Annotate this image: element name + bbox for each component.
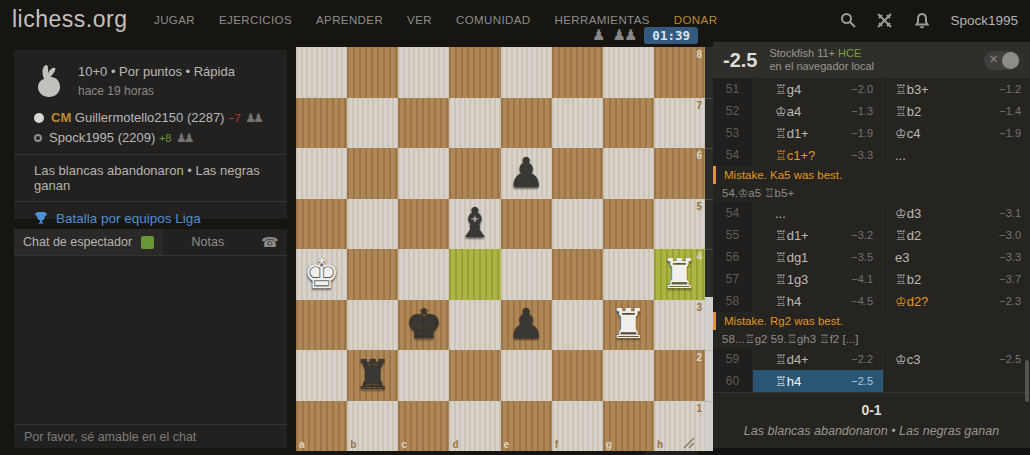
board-square-a2[interactable] xyxy=(296,350,347,401)
black-color-dot xyxy=(34,134,42,142)
engine-toggle-knob xyxy=(1002,52,1019,69)
rank-label-1: 1 xyxy=(696,403,702,414)
white-player-name: Guillermotello2150 xyxy=(75,110,183,125)
board-square-b2[interactable]: ♜ xyxy=(347,350,398,401)
analysis-panel: -2.5 Stockfish 11+ HCE en el navegador l… xyxy=(713,42,1030,448)
move-row-55: 55♖d1+−3.2♖d2−3.0 xyxy=(713,224,1030,246)
board-square-d2[interactable] xyxy=(449,350,500,401)
tab-notes[interactable]: Notas xyxy=(163,229,253,255)
board-square-a8[interactable] xyxy=(296,47,347,98)
board-square-a7[interactable] xyxy=(296,98,347,149)
move-row-56: 56♖dg1−3.5e3−3.3 xyxy=(713,246,1030,268)
black-move-san: ♔c3 xyxy=(895,352,920,367)
move-number: 56 xyxy=(713,246,753,268)
board-square-d4[interactable] xyxy=(449,249,500,300)
black-move[interactable]: ♖b3+−1.2 xyxy=(883,78,1030,100)
board-square-h5[interactable]: 5 xyxy=(654,199,705,250)
time-control: 10+0 • Por puntos • Rápida xyxy=(78,64,235,79)
white-move-san: ♖c1+? xyxy=(775,148,815,163)
board-square-g6[interactable] xyxy=(603,148,654,199)
board-square-d6[interactable] xyxy=(449,148,500,199)
black-move-eval: −3.0 xyxy=(999,229,1030,241)
black-move-eval: −3.1 xyxy=(999,207,1030,219)
rank-label-2: 2 xyxy=(696,352,702,363)
black-move-san: ♖d2 xyxy=(895,228,921,243)
board-square-h7[interactable]: 7 xyxy=(654,98,705,149)
analysis-comment: Mistake. Ka5 was best. xyxy=(713,166,1030,184)
challenges-crossed-swords-icon[interactable] xyxy=(876,12,893,29)
black-move[interactable]: ♔d3−3.1 xyxy=(883,202,1030,224)
white-move[interactable]: ♖h4−4.5 xyxy=(753,290,883,312)
black-move-san: ♖b2 xyxy=(895,272,921,287)
analysis-comment: Mistake. Rg2 was best. xyxy=(713,312,1030,330)
board-square-f8[interactable] xyxy=(552,47,603,98)
black-move[interactable]: ♖b2−1.4 xyxy=(883,100,1030,122)
board-square-c4[interactable] xyxy=(398,249,449,300)
black-move-eval: −1.9 xyxy=(999,127,1030,139)
board-square-c6[interactable] xyxy=(398,148,449,199)
black-player-name: Spock1995 xyxy=(49,130,114,145)
board-square-e3[interactable]: ♟ xyxy=(501,300,552,351)
tab-spectator-chat[interactable]: Chat de espectador xyxy=(14,229,163,255)
black-bishop-d5[interactable]: ♝ xyxy=(449,199,500,250)
game-result-text: Las blancas abandonaron • Las negras gan… xyxy=(14,154,287,201)
board-square-h4[interactable]: 4♜ xyxy=(654,249,705,300)
black-move-eval: −3.3 xyxy=(999,251,1030,263)
black-move-san: ♔d2? xyxy=(895,294,928,309)
black-pawn-e3[interactable]: ♟ xyxy=(501,300,552,351)
board-square-c7[interactable] xyxy=(398,98,449,149)
board-square-d8[interactable] xyxy=(449,47,500,98)
move-number: 59 xyxy=(713,348,753,370)
white-move-eval: −3.3 xyxy=(851,149,882,161)
white-move[interactable]: ♖d1+−1.9 xyxy=(753,122,883,144)
time-ago: hace 19 horas xyxy=(78,84,235,98)
move-number: 53 xyxy=(713,122,753,144)
black-move-eval: −2.3 xyxy=(999,295,1030,307)
black-move-san: ♔c4 xyxy=(895,126,920,141)
move-number: 52 xyxy=(713,100,753,122)
white-move-san: ♖d1+ xyxy=(775,126,809,141)
result-text: Las blancas abandonaron • Las negras gan… xyxy=(713,424,1030,438)
white-move-eval: −2.0 xyxy=(851,83,882,95)
board-square-f5[interactable] xyxy=(552,199,603,250)
board-square-h2[interactable]: 2 xyxy=(654,350,705,401)
board-square-b8[interactable] xyxy=(347,47,398,98)
board-resize-handle[interactable] xyxy=(681,437,695,449)
board-square-d3[interactable] xyxy=(449,300,500,351)
board-square-b6[interactable] xyxy=(347,148,398,199)
rapid-rabbit-icon xyxy=(34,64,64,98)
board-square-e2[interactable] xyxy=(501,350,552,401)
board-square-f2[interactable] xyxy=(552,350,603,401)
move-number: 57 xyxy=(713,268,753,290)
black-move-eval: −1.2 xyxy=(999,83,1030,95)
engine-name: Stockfish 11+ xyxy=(769,47,835,59)
engine-eval: -2.5 xyxy=(723,49,757,72)
move-row-53: 53♖d1+−1.9♔c4−1.9 xyxy=(713,122,1030,144)
black-king-c3[interactable]: ♚ xyxy=(398,300,449,351)
file-label-e: e xyxy=(504,439,510,450)
board-square-c8[interactable] xyxy=(398,47,449,98)
white-move[interactable]: ♔a4−1.3 xyxy=(753,100,883,122)
white-player-label: CM Guillermotello2150 (2287) −7 ♟♟ xyxy=(51,108,261,128)
engine-variant: HCE xyxy=(838,47,861,59)
white-move-eval: −3.5 xyxy=(851,251,882,263)
move-row-58: 58♖h4−4.5♔d2?−2.3 xyxy=(713,290,1030,312)
black-move[interactable]: ... xyxy=(883,144,1030,166)
eval-gauge xyxy=(705,47,713,451)
berserk-pieces-icon: ♟♟ xyxy=(176,131,192,145)
white-rating-diff: −7 xyxy=(228,112,241,124)
white-move-eval: −2.2 xyxy=(851,353,882,365)
nav-item-jugar[interactable]: JUGAR xyxy=(142,14,207,26)
white-move-san: ♖h4 xyxy=(775,374,801,389)
board-square-b1[interactable]: b xyxy=(347,401,398,452)
board-square-g4[interactable] xyxy=(603,249,654,300)
black-move[interactable]: ♔c4−1.9 xyxy=(883,122,1030,144)
chat-tab-label: Chat de espectador xyxy=(23,235,132,249)
board-square-e7[interactable] xyxy=(501,98,552,149)
game-meta: 10+0 • Por puntos • Rápida hace 19 horas xyxy=(14,50,287,104)
black-player-rating: (2209) xyxy=(118,130,156,145)
white-move-san: ♖g4 xyxy=(775,82,801,97)
chat-tabs: Chat de espectador Notas ☎ xyxy=(14,229,287,256)
black-move[interactable]: ♔d2?−2.3 xyxy=(883,290,1030,312)
engine-toggle-switch[interactable]: ✕ xyxy=(984,51,1020,70)
white-move[interactable]: ♖g4−2.0 xyxy=(753,78,883,100)
notifications-bell-icon[interactable] xyxy=(913,12,930,29)
black-clock: 01:39 xyxy=(644,27,698,44)
game-setup: 10+0 • Por puntos • Rápida hace 19 horas xyxy=(78,64,235,98)
white-move-san: ... xyxy=(775,206,786,221)
game-info-box: 10+0 • Por puntos • Rápida hace 19 horas… xyxy=(14,50,287,219)
nav-item-ejercicios[interactable]: EJERCICIOS xyxy=(207,14,304,26)
engine-toggle-x-icon: ✕ xyxy=(989,53,998,66)
white-color-dot xyxy=(34,113,44,123)
berserk-pieces-icon: ♟♟ xyxy=(245,111,261,125)
rank-label-8: 8 xyxy=(696,49,702,60)
board-square-g8[interactable] xyxy=(603,47,654,98)
notes-tab-label: Notas xyxy=(192,235,225,249)
move-list-scrollbar[interactable] xyxy=(1025,360,1029,402)
board-square-g1[interactable]: g xyxy=(603,401,654,452)
board-square-h8[interactable]: 8 xyxy=(654,47,705,98)
move-row-51: 51♖g4−2.0♖b3+−1.2 xyxy=(713,78,1030,100)
board-square-a4[interactable]: ♚ xyxy=(296,249,347,300)
white-move[interactable]: ♖1g3−4.1 xyxy=(753,268,883,290)
board-square-e4[interactable] xyxy=(501,249,552,300)
move-row-59: 59♖d4+−2.2♔c3−2.5 xyxy=(713,348,1030,370)
move-number: 54 xyxy=(713,144,753,166)
board-square-a5[interactable] xyxy=(296,199,347,250)
black-player-row[interactable]: Spock1995 (2209) +8 ♟♟ xyxy=(34,128,277,148)
move-row-54: 54...♔d3−3.1 xyxy=(713,202,1030,224)
black-move-san: ♔d3 xyxy=(895,206,921,221)
chat-input[interactable] xyxy=(14,430,287,444)
white-move-eval: −4.1 xyxy=(851,273,882,285)
white-player-row[interactable]: CM Guillermotello2150 (2287) −7 ♟♟ xyxy=(34,108,277,128)
board-square-d7[interactable] xyxy=(449,98,500,149)
board-square-g5[interactable] xyxy=(603,199,654,250)
white-move-san: ♖d1+ xyxy=(775,228,809,243)
chess-board[interactable]: 87♟6♝5♚4♜♚♟♜3♜2abcdefgh1 xyxy=(296,47,705,451)
board-square-h6[interactable]: 6 xyxy=(654,148,705,199)
board-square-f4[interactable] xyxy=(552,249,603,300)
file-label-b: b xyxy=(350,439,356,450)
nav-right: Spock1995 xyxy=(839,0,1024,40)
white-move[interactable]: ♖c1+?−3.3 xyxy=(753,144,883,166)
white-player-rating: (2287) xyxy=(187,110,225,125)
file-label-g: g xyxy=(606,439,612,450)
board-square-e8[interactable] xyxy=(501,47,552,98)
board-square-g3[interactable]: ♜ xyxy=(603,300,654,351)
board-square-c3[interactable]: ♚ xyxy=(398,300,449,351)
white-move[interactable]: ♖h4−2.5 xyxy=(753,370,883,392)
board-square-e5[interactable] xyxy=(501,199,552,250)
white-move[interactable]: ♖d4+−2.2 xyxy=(753,348,883,370)
file-label-f: f xyxy=(555,439,558,450)
board-square-f7[interactable] xyxy=(552,98,603,149)
black-rook-b2[interactable]: ♜ xyxy=(347,350,398,401)
file-label-a: a xyxy=(299,439,305,450)
black-move-san: ♖b2 xyxy=(895,104,921,119)
engine-info: Stockfish 11+ HCE en el navegador local xyxy=(769,47,972,73)
analysis-variation[interactable]: 54.♔a5 ♖b5+ xyxy=(713,184,1030,202)
chat-input-row xyxy=(14,424,287,448)
black-move-san: ♖b3+ xyxy=(895,82,929,97)
board-square-b4[interactable] xyxy=(347,249,398,300)
black-move[interactable]: ♖d2−3.0 xyxy=(883,224,1030,246)
white-rook-h4[interactable]: ♜ xyxy=(654,249,705,300)
white-move-san: ♖1g3 xyxy=(775,272,808,287)
white-move[interactable]: ♖dg1−3.5 xyxy=(753,246,883,268)
board-square-b3[interactable] xyxy=(347,300,398,351)
rank-label-3: 3 xyxy=(696,302,702,313)
board-square-c1[interactable]: c xyxy=(398,401,449,452)
chat-messages xyxy=(14,256,287,424)
move-number: 60 xyxy=(713,370,753,392)
black-move[interactable] xyxy=(883,370,1030,392)
rank-label-5: 5 xyxy=(696,201,702,212)
white-rook-g3[interactable]: ♜ xyxy=(603,300,654,351)
top-player-bar: ♟ ♟♟ 01:39 xyxy=(296,25,698,45)
result-score: 0-1 xyxy=(713,402,1030,418)
board-square-g2[interactable] xyxy=(603,350,654,401)
board-square-h3[interactable]: 3 xyxy=(654,300,705,351)
black-pawn-e6[interactable]: ♟ xyxy=(501,148,552,199)
board-square-h1[interactable]: h1 xyxy=(654,401,705,452)
board-square-a1[interactable]: a xyxy=(296,401,347,452)
black-move[interactable]: ♔c3−2.5 xyxy=(883,348,1030,370)
black-move-san: e3 xyxy=(895,250,909,265)
file-label-h: h xyxy=(657,439,663,450)
white-clock: 00:05 xyxy=(644,451,698,455)
move-number: 58 xyxy=(713,290,753,312)
board-square-d1[interactable]: d xyxy=(449,401,500,452)
board-square-e1[interactable]: e xyxy=(501,401,552,452)
board-square-f6[interactable] xyxy=(552,148,603,199)
board-square-d5[interactable]: ♝ xyxy=(449,199,500,250)
lichess-logo[interactable]: lichess.org xyxy=(12,6,127,33)
phone-icon[interactable]: ☎ xyxy=(253,229,287,255)
move-row-57: 57♖1g3−4.1♖b2−3.7 xyxy=(713,268,1030,290)
black-move-eval: −3.7 xyxy=(999,273,1030,285)
file-label-c: c xyxy=(401,439,407,450)
engine-location: en el navegador local xyxy=(769,60,874,72)
white-move[interactable]: ... xyxy=(753,202,883,224)
board-square-c2[interactable] xyxy=(398,350,449,401)
move-row-52: 52♔a4−1.3♖b2−1.4 xyxy=(713,100,1030,122)
move-number: 55 xyxy=(713,224,753,246)
black-player-label: Spock1995 (2209) +8 ♟♟ xyxy=(49,128,192,148)
bottom-toolbar xyxy=(713,448,1030,455)
white-move-san: ♔a4 xyxy=(775,104,801,119)
captured-pawn-icon: ♟ xyxy=(592,26,603,44)
lichess-app: lichess.org JUGAREJERCICIOSAPRENDERVERCO… xyxy=(0,0,1030,455)
engine-header: -2.5 Stockfish 11+ HCE en el navegador l… xyxy=(713,42,1030,78)
board-square-a6[interactable] xyxy=(296,148,347,199)
board-square-f1[interactable]: f xyxy=(552,401,603,452)
white-move-san: ♖d4+ xyxy=(775,352,809,367)
trophy-icon xyxy=(34,211,48,225)
board-square-b7[interactable] xyxy=(347,98,398,149)
white-move-san: ♖h4 xyxy=(775,294,801,309)
captured-pawns-icon: ♟♟ xyxy=(612,26,635,44)
file-label-d: d xyxy=(452,439,458,450)
search-icon[interactable] xyxy=(839,12,856,29)
chat-toggle-icon[interactable] xyxy=(141,236,154,249)
rank-label-6: 6 xyxy=(696,150,702,161)
username[interactable]: Spock1995 xyxy=(950,13,1024,28)
move-number: 54 xyxy=(713,202,753,224)
black-move[interactable]: e3−3.3 xyxy=(883,246,1030,268)
white-move-san: ♖dg1 xyxy=(775,250,808,265)
black-rating-diff: +8 xyxy=(159,132,172,144)
white-move-eval: −1.3 xyxy=(851,105,882,117)
move-row-54: 54♖c1+?−3.3... xyxy=(713,144,1030,166)
result-block: 0-1 Las blancas abandonaron • Las negras… xyxy=(713,392,1030,448)
white-move-eval: −3.2 xyxy=(851,229,882,241)
board-square-c5[interactable] xyxy=(398,199,449,250)
board-square-g7[interactable] xyxy=(603,98,654,149)
rank-label-7: 7 xyxy=(696,100,702,111)
white-move-eval: −2.5 xyxy=(851,375,882,387)
board-square-f3[interactable] xyxy=(552,300,603,351)
white-move-eval: −4.5 xyxy=(851,295,882,307)
move-row-60: 60♖h4−2.5 xyxy=(713,370,1030,392)
move-number: 51 xyxy=(713,78,753,100)
board-square-e6[interactable]: ♟ xyxy=(501,148,552,199)
white-move[interactable]: ♖d1+−3.2 xyxy=(753,224,883,246)
chat-box: Chat de espectador Notas ☎ xyxy=(14,229,287,448)
board-square-a3[interactable] xyxy=(296,300,347,351)
analysis-variation[interactable]: 58...♖g2 59.♖gh3 ♖f2 [...] xyxy=(713,330,1030,348)
white-king-a4[interactable]: ♚ xyxy=(296,249,347,300)
eval-gauge-white xyxy=(705,297,713,451)
player-title: CM xyxy=(51,110,71,125)
white-move-eval: −1.9 xyxy=(851,127,882,139)
black-move[interactable]: ♖b2−3.7 xyxy=(883,268,1030,290)
black-move-san: ... xyxy=(895,148,906,163)
board-square-b5[interactable] xyxy=(347,199,398,250)
move-list: 51♖g4−2.0♖b3+−1.252♔a4−1.3♖b2−1.453♖d1+−… xyxy=(713,78,1030,392)
black-move-eval: −1.4 xyxy=(999,105,1030,117)
players: CM Guillermotello2150 (2287) −7 ♟♟ Spock… xyxy=(14,104,287,154)
bottom-clock-clip: 00:05 xyxy=(296,451,698,455)
